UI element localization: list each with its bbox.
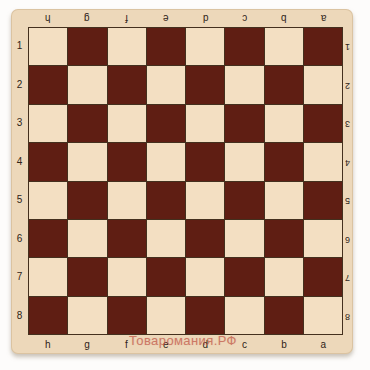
square-e4[interactable]	[147, 143, 185, 180]
rank-label-left-5: 5	[11, 181, 28, 220]
rank-label-right-7: 7	[342, 258, 353, 297]
square-e8[interactable]	[147, 297, 185, 334]
square-b4[interactable]	[265, 143, 303, 180]
file-label-bottom-f: f	[107, 336, 146, 353]
rank-label-right-8: 8	[342, 297, 353, 336]
square-c1[interactable]	[225, 28, 263, 65]
square-g4[interactable]	[68, 143, 106, 180]
square-f3[interactable]	[108, 105, 146, 142]
square-g3[interactable]	[68, 105, 106, 142]
square-h1[interactable]	[29, 28, 67, 65]
square-g2[interactable]	[68, 66, 106, 103]
square-b8[interactable]	[265, 297, 303, 334]
square-e1[interactable]	[147, 28, 185, 65]
square-h6[interactable]	[29, 220, 67, 257]
rank-label-right-3: 3	[342, 104, 353, 143]
square-d3[interactable]	[186, 105, 224, 142]
file-label-top-f: f	[107, 10, 146, 26]
file-labels-bottom: hgfedcba	[28, 336, 343, 353]
rank-label-right-5: 5	[342, 181, 353, 220]
file-label-bottom-g: g	[67, 336, 106, 353]
square-e3[interactable]	[147, 105, 185, 142]
square-d5[interactable]	[186, 182, 224, 219]
square-g8[interactable]	[68, 297, 106, 334]
square-d2[interactable]	[186, 66, 224, 103]
rank-label-left-3: 3	[11, 104, 28, 143]
square-e7[interactable]	[147, 258, 185, 295]
rank-label-left-7: 7	[11, 258, 28, 297]
square-f7[interactable]	[108, 258, 146, 295]
square-c2[interactable]	[225, 66, 263, 103]
square-c6[interactable]	[225, 220, 263, 257]
square-e5[interactable]	[147, 182, 185, 219]
square-c5[interactable]	[225, 182, 263, 219]
square-c7[interactable]	[225, 258, 263, 295]
square-h7[interactable]	[29, 258, 67, 295]
square-e2[interactable]	[147, 66, 185, 103]
file-label-top-b: b	[264, 10, 303, 26]
square-f4[interactable]	[108, 143, 146, 180]
square-f6[interactable]	[108, 220, 146, 257]
square-g1[interactable]	[68, 28, 106, 65]
rank-label-right-1: 1	[342, 27, 353, 66]
chess-mat: hgfedcba hgfedcba 12345678 12345678 Това…	[11, 9, 353, 354]
file-label-bottom-a: a	[304, 336, 343, 353]
rank-label-left-1: 1	[11, 27, 28, 66]
square-b7[interactable]	[265, 258, 303, 295]
chess-board	[28, 27, 343, 335]
square-a8[interactable]	[304, 297, 342, 334]
square-b6[interactable]	[265, 220, 303, 257]
rank-label-left-4: 4	[11, 143, 28, 182]
square-b3[interactable]	[265, 105, 303, 142]
square-h8[interactable]	[29, 297, 67, 334]
rank-label-right-6: 6	[342, 220, 353, 259]
square-d4[interactable]	[186, 143, 224, 180]
file-label-top-d: d	[186, 10, 225, 26]
square-b1[interactable]	[265, 28, 303, 65]
rank-label-right-4: 4	[342, 143, 353, 182]
square-a1[interactable]	[304, 28, 342, 65]
file-label-top-e: e	[146, 10, 185, 26]
rank-labels-right: 12345678	[342, 27, 353, 335]
square-d1[interactable]	[186, 28, 224, 65]
square-h2[interactable]	[29, 66, 67, 103]
square-c8[interactable]	[225, 297, 263, 334]
rank-label-left-6: 6	[11, 220, 28, 259]
square-f5[interactable]	[108, 182, 146, 219]
square-f8[interactable]	[108, 297, 146, 334]
square-f1[interactable]	[108, 28, 146, 65]
square-g5[interactable]	[68, 182, 106, 219]
rank-label-left-2: 2	[11, 66, 28, 105]
rank-label-left-8: 8	[11, 297, 28, 336]
square-d8[interactable]	[186, 297, 224, 334]
file-label-top-h: h	[28, 10, 67, 26]
file-label-bottom-d: d	[186, 336, 225, 353]
file-label-top-a: a	[304, 10, 343, 26]
file-label-bottom-c: c	[225, 336, 264, 353]
square-a2[interactable]	[304, 66, 342, 103]
file-label-bottom-h: h	[28, 336, 67, 353]
file-labels-top: hgfedcba	[28, 10, 343, 26]
square-b5[interactable]	[265, 182, 303, 219]
square-h3[interactable]	[29, 105, 67, 142]
square-a3[interactable]	[304, 105, 342, 142]
square-c3[interactable]	[225, 105, 263, 142]
square-f2[interactable]	[108, 66, 146, 103]
square-b2[interactable]	[265, 66, 303, 103]
file-label-bottom-b: b	[264, 336, 303, 353]
square-e6[interactable]	[147, 220, 185, 257]
file-label-top-c: c	[225, 10, 264, 26]
photo-background: hgfedcba hgfedcba 12345678 12345678 Това…	[0, 0, 370, 370]
rank-label-right-2: 2	[342, 66, 353, 105]
square-h5[interactable]	[29, 182, 67, 219]
square-a7[interactable]	[304, 258, 342, 295]
square-c4[interactable]	[225, 143, 263, 180]
square-a4[interactable]	[304, 143, 342, 180]
square-a6[interactable]	[304, 220, 342, 257]
file-label-top-g: g	[67, 10, 106, 26]
square-d6[interactable]	[186, 220, 224, 257]
file-label-bottom-e: e	[146, 336, 185, 353]
rank-labels-left: 12345678	[11, 27, 28, 335]
square-g7[interactable]	[68, 258, 106, 295]
square-a5[interactable]	[304, 182, 342, 219]
square-d7[interactable]	[186, 258, 224, 295]
square-h4[interactable]	[29, 143, 67, 180]
square-g6[interactable]	[68, 220, 106, 257]
